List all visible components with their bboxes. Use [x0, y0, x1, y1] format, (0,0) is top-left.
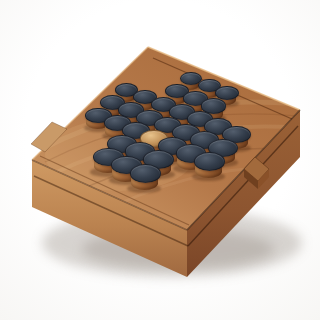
product-photo-scene [0, 0, 320, 320]
solitaire-box [0, 0, 320, 320]
